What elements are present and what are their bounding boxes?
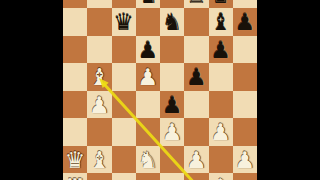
piece-white-knight: ♞ <box>138 148 159 171</box>
square-h1 <box>233 173 257 180</box>
square-b2: ♝ <box>87 146 111 174</box>
square-b1 <box>87 173 111 180</box>
square-f2: ♟ <box>184 146 208 174</box>
square-h6 <box>233 36 257 64</box>
square-c1 <box>112 173 136 180</box>
piece-black-knight: ♞ <box>162 11 183 34</box>
square-e8 <box>160 0 184 8</box>
square-h5 <box>233 63 257 91</box>
square-c5 <box>112 63 136 91</box>
square-c7: ♛ <box>112 8 136 36</box>
piece-black-queen: ♛ <box>113 11 134 34</box>
piece-black-bishop: ♝ <box>210 11 231 34</box>
square-g7: ♝ <box>209 8 233 36</box>
piece-white-pawn: ♟ <box>89 93 110 116</box>
piece-black-pawn: ♟ <box>138 38 159 61</box>
piece-white-pawn: ♟ <box>138 66 159 89</box>
square-b8 <box>87 0 111 8</box>
piece-black-pawn: ♟ <box>162 93 183 116</box>
piece-black-king: ♚ <box>210 0 231 6</box>
square-a3 <box>63 118 87 146</box>
square-h2: ♟ <box>233 146 257 174</box>
square-d3 <box>136 118 160 146</box>
square-g3: ♟ <box>209 118 233 146</box>
square-e4: ♟ <box>160 91 184 119</box>
square-b6 <box>87 36 111 64</box>
square-g5 <box>209 63 233 91</box>
square-c3 <box>112 118 136 146</box>
square-h7: ♟ <box>233 8 257 36</box>
square-d6: ♟ <box>136 36 160 64</box>
square-h4 <box>233 91 257 119</box>
square-g2 <box>209 146 233 174</box>
square-b3 <box>87 118 111 146</box>
letterbox-left <box>0 0 63 180</box>
piece-white-queen: ♛ <box>65 148 86 171</box>
piece-white-rook: ♜ <box>65 176 86 180</box>
piece-white-pawn: ♟ <box>210 121 231 144</box>
piece-white-pawn: ♟ <box>235 148 256 171</box>
piece-white-bishop: ♝ <box>89 148 110 171</box>
square-c2 <box>112 146 136 174</box>
square-g8: ♚ <box>209 0 233 8</box>
square-h3 <box>233 118 257 146</box>
square-b7 <box>87 8 111 36</box>
square-e1 <box>160 173 184 180</box>
square-b4: ♟ <box>87 91 111 119</box>
square-a4 <box>63 91 87 119</box>
square-b5: ♝ <box>87 63 111 91</box>
square-d7 <box>136 8 160 36</box>
square-d4 <box>136 91 160 119</box>
square-a7 <box>63 8 87 36</box>
square-f7 <box>184 8 208 36</box>
piece-black-pawn: ♟ <box>210 38 231 61</box>
piece-black-pawn: ♟ <box>186 66 207 89</box>
piece-white-pawn: ♟ <box>186 148 207 171</box>
square-f6 <box>184 36 208 64</box>
piece-white-bishop: ♝ <box>89 66 110 89</box>
piece-black-pawn: ♟ <box>235 11 256 34</box>
piece-white-pawn: ♟ <box>162 121 183 144</box>
square-a6 <box>63 36 87 64</box>
letterbox-right <box>257 0 320 180</box>
square-a8 <box>63 0 87 8</box>
square-e3: ♟ <box>160 118 184 146</box>
square-c6 <box>112 36 136 64</box>
chess-board: ♞♜♚♛♞♝♟♟♟♝♟♟♟♟♟♟♛♝♞♟♟♜♚ <box>63 0 257 180</box>
square-a1: ♜ <box>63 173 87 180</box>
square-a2: ♛ <box>63 146 87 174</box>
square-e6 <box>160 36 184 64</box>
square-h8 <box>233 0 257 8</box>
square-g4 <box>209 91 233 119</box>
square-f4 <box>184 91 208 119</box>
square-g1: ♚ <box>209 173 233 180</box>
square-d5: ♟ <box>136 63 160 91</box>
square-e7: ♞ <box>160 8 184 36</box>
square-f8: ♜ <box>184 0 208 8</box>
square-e5 <box>160 63 184 91</box>
square-d8: ♞ <box>136 0 160 8</box>
square-a5 <box>63 63 87 91</box>
square-d2: ♞ <box>136 146 160 174</box>
video-frame: ♞♜♚♛♞♝♟♟♟♝♟♟♟♟♟♟♛♝♞♟♟♜♚ <box>0 0 320 180</box>
square-c8 <box>112 0 136 8</box>
square-f5: ♟ <box>184 63 208 91</box>
square-d1 <box>136 173 160 180</box>
square-e2 <box>160 146 184 174</box>
piece-black-rook: ♜ <box>186 0 207 6</box>
square-f3 <box>184 118 208 146</box>
square-f1 <box>184 173 208 180</box>
piece-black-knight: ♞ <box>138 0 159 6</box>
square-g6: ♟ <box>209 36 233 64</box>
square-c4 <box>112 91 136 119</box>
piece-white-king: ♚ <box>210 176 231 180</box>
